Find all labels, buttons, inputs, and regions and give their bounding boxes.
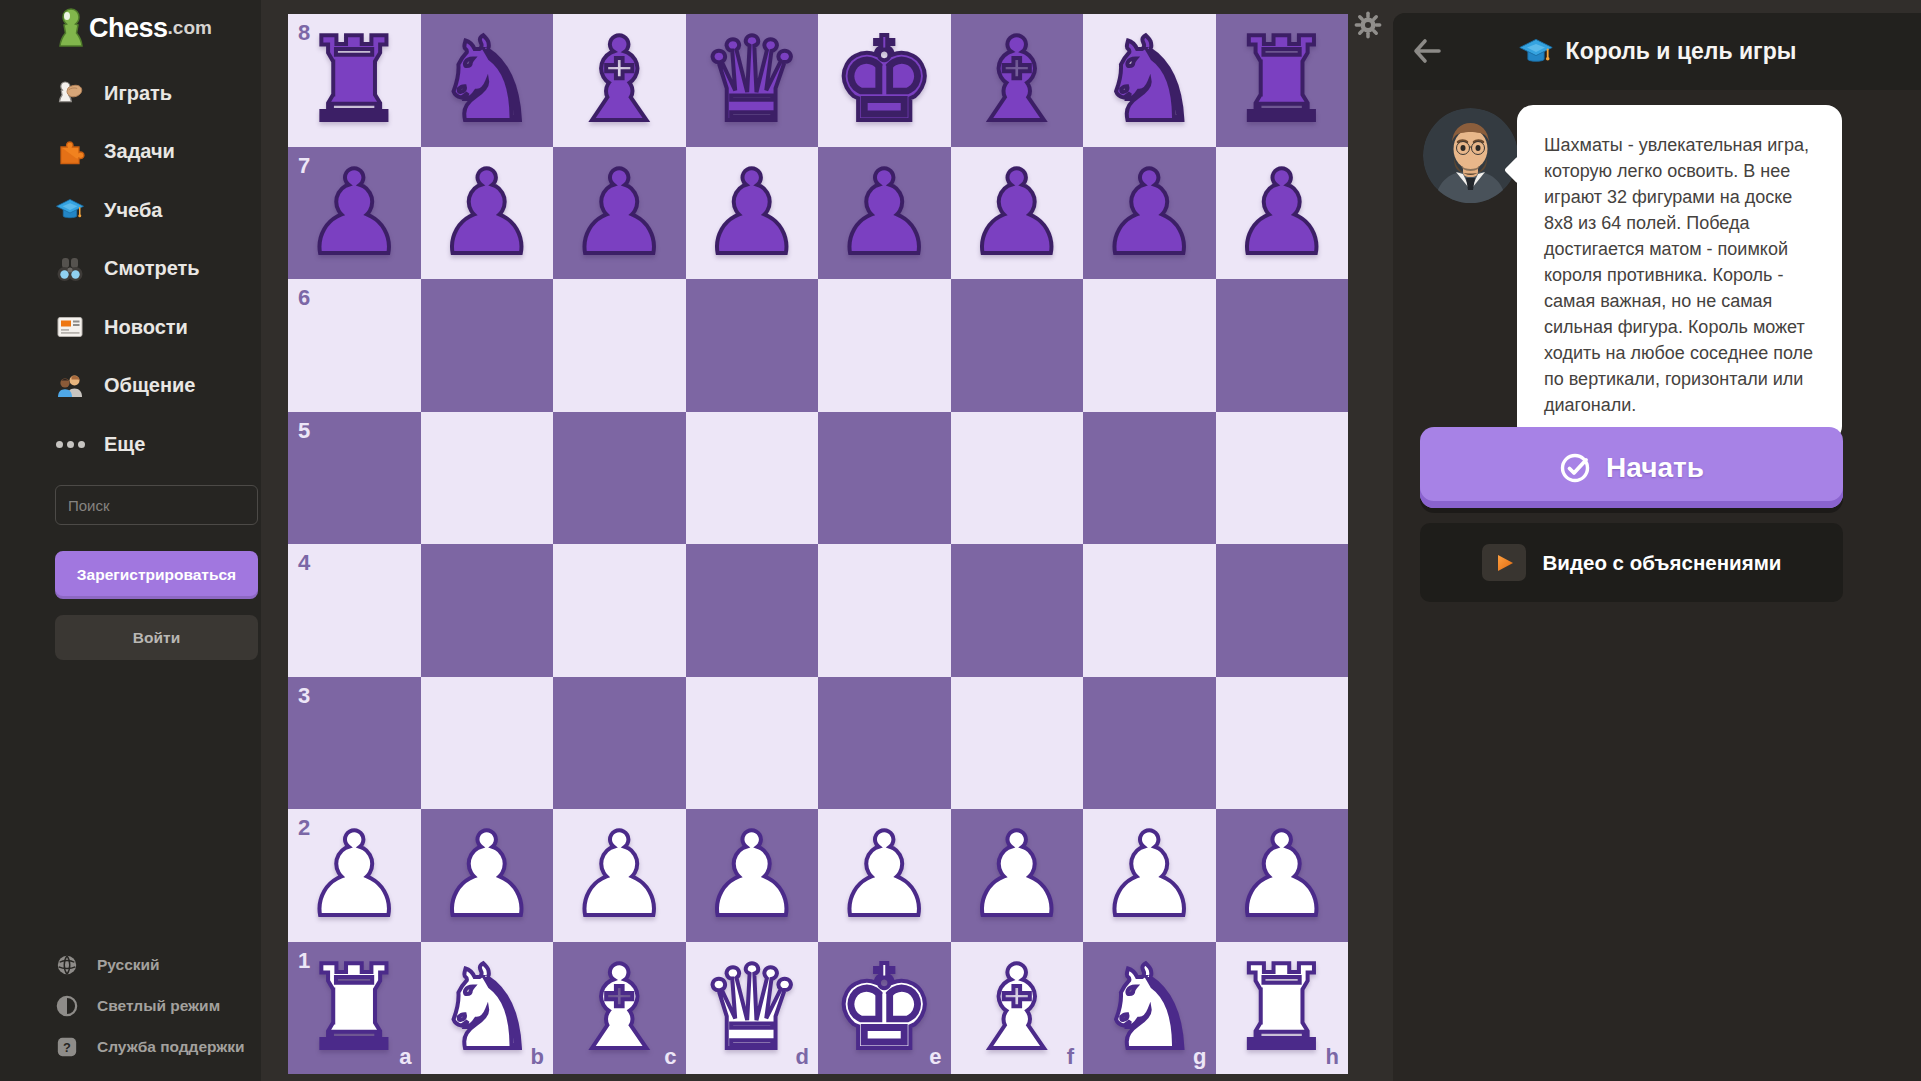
binoculars-icon <box>55 254 85 284</box>
white-pawn-d2[interactable]: ♟ <box>700 809 804 941</box>
square-b3[interactable] <box>421 677 554 810</box>
white-queen-d1[interactable]: ♛ <box>700 942 804 1074</box>
graduation-cap-icon <box>1518 36 1554 68</box>
white-pawn-a2[interactable]: ♟ <box>302 809 406 941</box>
support-button[interactable]: ? Служба поддержки <box>55 1026 255 1067</box>
black-rook-a8[interactable]: ♜ <box>302 14 406 146</box>
square-g8[interactable]: ♞ <box>1083 14 1216 147</box>
square-h4[interactable] <box>1216 544 1349 677</box>
square-c5[interactable] <box>553 412 686 545</box>
coach-message: Шахматы - увлекательная игра, которую ле… <box>1544 132 1820 418</box>
black-pawn-g7[interactable]: ♟ <box>1097 147 1201 279</box>
search-input[interactable] <box>55 485 258 525</box>
square-f7[interactable]: ♟ <box>951 147 1084 280</box>
square-a4[interactable]: 4 <box>288 544 421 677</box>
white-pawn-f2[interactable]: ♟ <box>965 809 1069 941</box>
black-king-e8[interactable]: ♚ <box>832 14 936 146</box>
chesscom-logo[interactable]: Chess.com <box>55 6 212 50</box>
square-h6[interactable] <box>1216 279 1349 412</box>
check-circle-icon <box>1559 451 1593 485</box>
square-e3[interactable] <box>818 677 951 810</box>
square-f3[interactable] <box>951 677 1084 810</box>
puzzle-icon <box>55 137 85 167</box>
white-knight-b1[interactable]: ♞ <box>435 942 539 1074</box>
square-h2[interactable]: ♟ <box>1216 809 1349 942</box>
logo-text: Chess <box>89 13 168 44</box>
white-king-e1[interactable]: ♚ <box>832 942 936 1074</box>
black-pawn-a7[interactable]: ♟ <box>302 147 406 279</box>
sidebar-item-more[interactable]: Еще <box>55 415 255 474</box>
square-a8[interactable]: 8♜ <box>288 14 421 147</box>
white-rook-a1[interactable]: ♜ <box>302 942 406 1074</box>
light-mode-button[interactable]: Светлый режим <box>55 985 255 1026</box>
black-pawn-b7[interactable]: ♟ <box>435 147 539 279</box>
black-bishop-c8[interactable]: ♝ <box>567 14 671 146</box>
ellipsis-icon <box>55 429 85 459</box>
logo-suffix: .com <box>168 17 212 39</box>
square-f5[interactable] <box>951 412 1084 545</box>
back-arrow-icon <box>1412 38 1442 64</box>
square-g3[interactable] <box>1083 677 1216 810</box>
square-d2[interactable]: ♟ <box>686 809 819 942</box>
hand-pawn-icon <box>55 78 85 108</box>
sidebar-item-puzzles[interactable]: Задачи <box>55 123 255 182</box>
svg-text:?: ? <box>63 1039 71 1054</box>
black-pawn-h7[interactable]: ♟ <box>1230 147 1334 279</box>
rank-label-5: 5 <box>298 418 310 444</box>
sidebar-item-label: Смотреть <box>104 257 200 280</box>
video-label: Видео с объяснениями <box>1543 551 1782 575</box>
square-a3[interactable]: 3 <box>288 677 421 810</box>
signup-button[interactable]: Зарегистрироваться <box>55 551 258 599</box>
sidebar-item-news[interactable]: Новости <box>55 298 255 357</box>
chesscom-pawn-icon <box>55 6 87 50</box>
square-f1[interactable]: f♝ <box>951 942 1084 1075</box>
sidebar-item-learn[interactable]: Учеба <box>55 181 255 240</box>
square-c1[interactable]: c♝ <box>553 942 686 1075</box>
square-e5[interactable] <box>818 412 951 545</box>
square-f8[interactable]: ♝ <box>951 14 1084 147</box>
square-d5[interactable] <box>686 412 819 545</box>
sidebar-item-social[interactable]: Общение <box>55 357 255 416</box>
square-d6[interactable] <box>686 279 819 412</box>
app: Chess.com Играть <box>0 0 1921 1081</box>
square-d8[interactable]: ♛ <box>686 14 819 147</box>
square-c3[interactable] <box>553 677 686 810</box>
black-pawn-c7[interactable]: ♟ <box>567 147 671 279</box>
start-button[interactable]: Начать <box>1420 427 1843 508</box>
square-b6[interactable] <box>421 279 554 412</box>
square-e1[interactable]: e♚ <box>818 942 951 1075</box>
square-c4[interactable] <box>553 544 686 677</box>
square-c7[interactable]: ♟ <box>553 147 686 280</box>
white-pawn-g2[interactable]: ♟ <box>1097 809 1201 941</box>
lesson-header: Король и цель игры <box>1393 13 1921 90</box>
square-g7[interactable]: ♟ <box>1083 147 1216 280</box>
people-icon <box>55 371 85 401</box>
square-c2[interactable]: ♟ <box>553 809 686 942</box>
rank-label-6: 6 <box>298 285 310 311</box>
graduation-cap-icon <box>55 195 85 225</box>
square-a6[interactable]: 6 <box>288 279 421 412</box>
square-h3[interactable] <box>1216 677 1349 810</box>
black-pawn-e7[interactable]: ♟ <box>832 147 936 279</box>
square-h8[interactable]: ♜ <box>1216 14 1349 147</box>
black-rook-h8[interactable]: ♜ <box>1230 14 1334 146</box>
sidebar-item-label: Новости <box>104 316 188 339</box>
square-b2[interactable]: ♟ <box>421 809 554 942</box>
sidebar-item-watch[interactable]: Смотреть <box>55 240 255 299</box>
language-label: Русский <box>97 956 160 974</box>
white-bishop-f1[interactable]: ♝ <box>965 942 1069 1074</box>
white-pawn-c2[interactable]: ♟ <box>567 809 671 941</box>
square-h1[interactable]: h♜ <box>1216 942 1349 1075</box>
square-b4[interactable] <box>421 544 554 677</box>
square-c8[interactable]: ♝ <box>553 14 686 147</box>
back-button[interactable] <box>1409 33 1445 69</box>
square-d1[interactable]: d♛ <box>686 942 819 1075</box>
square-g6[interactable] <box>1083 279 1216 412</box>
square-c6[interactable] <box>553 279 686 412</box>
rank-label-3: 3 <box>298 683 310 709</box>
sidebar-item-label: Задачи <box>104 140 175 163</box>
coach-avatar <box>1423 108 1518 203</box>
square-a5[interactable]: 5 <box>288 412 421 545</box>
sidebar-item-play[interactable]: Играть <box>55 64 255 123</box>
coach-speech-bubble: Шахматы - увлекательная игра, которую ле… <box>1517 105 1842 442</box>
square-a2[interactable]: 2♟ <box>288 809 421 942</box>
sidebar-item-label: Общение <box>104 374 195 397</box>
white-knight-g1[interactable]: ♞ <box>1097 942 1201 1074</box>
globe-icon <box>55 953 79 977</box>
square-g1[interactable]: g♞ <box>1083 942 1216 1075</box>
lesson-title: Король и цель игры <box>1566 38 1797 65</box>
newspaper-icon <box>55 312 85 342</box>
white-bishop-c1[interactable]: ♝ <box>567 942 671 1074</box>
black-bishop-f8[interactable]: ♝ <box>965 14 1069 146</box>
login-button[interactable]: Войти <box>55 615 258 660</box>
sidebar-item-label: Еще <box>104 433 145 456</box>
black-queen-d8[interactable]: ♛ <box>700 14 804 146</box>
play-icon <box>1482 544 1526 581</box>
support-label: Служба поддержки <box>97 1038 245 1056</box>
square-f6[interactable] <box>951 279 1084 412</box>
lesson-title-group: Король и цель игры <box>1518 36 1797 68</box>
chess-board[interactable]: 8♜♞♝♛♚♝♞♜7♟♟♟♟♟♟♟♟65432♟♟♟♟♟♟♟♟1a♜b♞c♝d♛… <box>288 14 1348 1074</box>
square-d4[interactable] <box>686 544 819 677</box>
square-e8[interactable]: ♚ <box>818 14 951 147</box>
rank-label-4: 4 <box>298 550 310 576</box>
square-d7[interactable]: ♟ <box>686 147 819 280</box>
square-f2[interactable]: ♟ <box>951 809 1084 942</box>
sidebar-menu: Играть Задачи <box>55 64 255 474</box>
square-b8[interactable]: ♞ <box>421 14 554 147</box>
square-g4[interactable] <box>1083 544 1216 677</box>
black-pawn-f7[interactable]: ♟ <box>965 147 1069 279</box>
black-knight-b8[interactable]: ♞ <box>435 14 539 146</box>
square-e4[interactable] <box>818 544 951 677</box>
square-e6[interactable] <box>818 279 951 412</box>
square-h7[interactable]: ♟ <box>1216 147 1349 280</box>
square-a7[interactable]: 7♟ <box>288 147 421 280</box>
square-b7[interactable]: ♟ <box>421 147 554 280</box>
square-a1[interactable]: 1a♜ <box>288 942 421 1075</box>
start-label: Начать <box>1606 452 1704 484</box>
white-pawn-e2[interactable]: ♟ <box>832 809 936 941</box>
light-mode-label: Светлый режим <box>97 997 220 1015</box>
language-button[interactable]: Русский <box>55 944 255 985</box>
sidebar-item-label: Учеба <box>104 199 162 222</box>
white-pawn-h2[interactable]: ♟ <box>1230 809 1334 941</box>
lesson-panel: Король и цель игры <box>1393 13 1921 1081</box>
sidebar: Chess.com Играть <box>0 0 261 1081</box>
square-f4[interactable] <box>951 544 1084 677</box>
square-h5[interactable] <box>1216 412 1349 545</box>
settings-gear-icon[interactable] <box>1354 11 1382 39</box>
help-icon: ? <box>55 1035 79 1059</box>
video-button[interactable]: Видео с объяснениями <box>1420 523 1843 602</box>
sidebar-footer: Русский Светлый режим ? С <box>55 944 255 1067</box>
contrast-icon <box>55 994 79 1018</box>
square-g5[interactable] <box>1083 412 1216 545</box>
black-pawn-d7[interactable]: ♟ <box>700 147 804 279</box>
square-d3[interactable] <box>686 677 819 810</box>
white-pawn-b2[interactable]: ♟ <box>435 809 539 941</box>
square-b5[interactable] <box>421 412 554 545</box>
white-rook-h1[interactable]: ♜ <box>1230 942 1334 1074</box>
square-e2[interactable]: ♟ <box>818 809 951 942</box>
black-knight-g8[interactable]: ♞ <box>1097 14 1201 146</box>
square-e7[interactable]: ♟ <box>818 147 951 280</box>
sidebar-item-label: Играть <box>104 82 172 105</box>
square-g2[interactable]: ♟ <box>1083 809 1216 942</box>
square-b1[interactable]: b♞ <box>421 942 554 1075</box>
